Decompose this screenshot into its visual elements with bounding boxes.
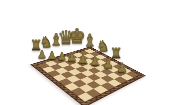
board-squares (37, 49, 138, 102)
chess-set-photo: ♜♞♝♛♚♝♞♜♟♟♟♟♟♟♟♟ (0, 0, 175, 105)
brass-rook-piece: ♜ (30, 38, 43, 52)
chess-board (30, 47, 145, 105)
board-perspective-wrap (43, 25, 132, 105)
brass-pawn-piece: ♟ (37, 49, 47, 60)
